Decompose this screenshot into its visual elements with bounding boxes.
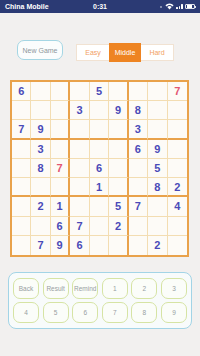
cell-r5c4[interactable]: 1 bbox=[90, 178, 109, 197]
cell-r6c6[interactable]: 7 bbox=[129, 197, 148, 216]
key-1[interactable]: 1 bbox=[102, 278, 128, 299]
cell-r3c5[interactable] bbox=[109, 140, 128, 159]
cell-r5c3[interactable] bbox=[70, 178, 89, 197]
cell-r4c0[interactable] bbox=[12, 159, 31, 178]
cell-r5c5[interactable] bbox=[109, 178, 128, 197]
cell-r4c1[interactable]: 8 bbox=[31, 159, 50, 178]
cell-r0c7[interactable] bbox=[148, 82, 167, 101]
carrier-label: China Mobile bbox=[5, 3, 49, 10]
status-icons bbox=[160, 3, 195, 10]
cell-r7c0[interactable] bbox=[12, 217, 31, 236]
cell-r4c2[interactable]: 7 bbox=[51, 159, 70, 178]
key-7[interactable]: 7 bbox=[102, 302, 128, 323]
cell-r0c3[interactable] bbox=[70, 82, 89, 101]
cell-r7c3[interactable]: 7 bbox=[70, 217, 89, 236]
status-bar: China Mobile 0:31 bbox=[0, 0, 200, 13]
difficulty-easy-button[interactable]: Easy bbox=[77, 45, 109, 60]
remind-button[interactable]: Remind bbox=[72, 278, 98, 299]
cell-r4c6[interactable] bbox=[129, 159, 148, 178]
cell-r8c2[interactable]: 9 bbox=[51, 236, 70, 255]
cell-r8c3[interactable]: 6 bbox=[70, 236, 89, 255]
cell-r2c3[interactable] bbox=[70, 120, 89, 139]
cell-r5c8[interactable]: 2 bbox=[168, 178, 187, 197]
cell-r3c2[interactable] bbox=[51, 140, 70, 159]
cell-r7c4[interactable] bbox=[90, 217, 109, 236]
key-3[interactable]: 3 bbox=[161, 278, 187, 299]
cell-r1c6[interactable]: 8 bbox=[129, 101, 148, 120]
cell-r5c1[interactable] bbox=[31, 178, 50, 197]
cell-r8c6[interactable] bbox=[129, 236, 148, 255]
cell-r4c5[interactable] bbox=[109, 159, 128, 178]
difficulty-hard-button[interactable]: Hard bbox=[141, 45, 173, 60]
cell-r2c5[interactable] bbox=[109, 120, 128, 139]
cell-r5c7[interactable]: 8 bbox=[148, 178, 167, 197]
cell-r3c0[interactable] bbox=[12, 140, 31, 159]
cell-r6c4[interactable] bbox=[90, 197, 109, 216]
cell-r4c7[interactable]: 5 bbox=[148, 159, 167, 178]
cell-r7c2[interactable]: 6 bbox=[51, 217, 70, 236]
key-8[interactable]: 8 bbox=[131, 302, 157, 323]
cell-r8c7[interactable]: 2 bbox=[148, 236, 167, 255]
cell-r3c1[interactable]: 3 bbox=[31, 140, 50, 159]
cell-r1c2[interactable] bbox=[51, 101, 70, 120]
cell-r8c1[interactable]: 7 bbox=[31, 236, 50, 255]
cell-r6c1[interactable]: 2 bbox=[31, 197, 50, 216]
cell-r4c4[interactable]: 6 bbox=[90, 159, 109, 178]
cell-r6c3[interactable] bbox=[70, 197, 89, 216]
cell-r6c2[interactable]: 1 bbox=[51, 197, 70, 216]
cell-r8c5[interactable] bbox=[109, 236, 128, 255]
cell-r6c5[interactable]: 5 bbox=[109, 197, 128, 216]
cell-r3c3[interactable] bbox=[70, 140, 89, 159]
key-9[interactable]: 9 bbox=[161, 302, 187, 323]
cell-r2c7[interactable] bbox=[148, 120, 167, 139]
cell-r6c8[interactable]: 4 bbox=[168, 197, 187, 216]
cell-r1c8[interactable] bbox=[168, 101, 187, 120]
cell-r3c4[interactable] bbox=[90, 140, 109, 159]
result-button[interactable]: Result bbox=[43, 278, 69, 299]
difficulty-segmented-control: EasyMiddleHard bbox=[76, 44, 174, 61]
cell-r3c7[interactable]: 9 bbox=[148, 140, 167, 159]
cell-r6c7[interactable] bbox=[148, 197, 167, 216]
cell-r2c1[interactable]: 9 bbox=[31, 120, 50, 139]
cell-r5c6[interactable] bbox=[129, 178, 148, 197]
cell-r0c5[interactable] bbox=[109, 82, 128, 101]
cell-r2c4[interactable] bbox=[90, 120, 109, 139]
battery-icon bbox=[185, 4, 195, 10]
cell-r7c1[interactable] bbox=[31, 217, 50, 236]
keypad-row-2: 456789 bbox=[13, 302, 187, 323]
cell-r2c6[interactable]: 3 bbox=[129, 120, 148, 139]
cell-r7c8[interactable] bbox=[168, 217, 187, 236]
difficulty-middle-button[interactable]: Middle bbox=[109, 43, 141, 62]
cell-r1c0[interactable] bbox=[12, 101, 31, 120]
key-4[interactable]: 4 bbox=[13, 302, 39, 323]
cell-r1c5[interactable]: 9 bbox=[109, 101, 128, 120]
cell-r0c4[interactable]: 5 bbox=[90, 82, 109, 101]
cell-r8c8[interactable] bbox=[168, 236, 187, 255]
cell-r1c7[interactable] bbox=[148, 101, 167, 120]
cell-r5c0[interactable] bbox=[12, 178, 31, 197]
wifi-icon bbox=[165, 3, 174, 10]
cell-r3c8[interactable] bbox=[168, 140, 187, 159]
cell-r1c1[interactable] bbox=[31, 101, 50, 120]
cell-r1c4[interactable] bbox=[90, 101, 109, 120]
new-game-button[interactable]: New Game bbox=[17, 40, 63, 60]
cell-r0c1[interactable] bbox=[31, 82, 50, 101]
cell-r8c0[interactable] bbox=[12, 236, 31, 255]
key-6[interactable]: 6 bbox=[72, 302, 98, 323]
cell-r4c3[interactable] bbox=[70, 159, 89, 178]
cell-r1c3[interactable]: 3 bbox=[70, 101, 89, 120]
sudoku-board: 6573987933698765182215746727962 bbox=[10, 80, 189, 257]
cell-r3c6[interactable]: 6 bbox=[129, 140, 148, 159]
cell-r7c7[interactable] bbox=[148, 217, 167, 236]
keypad-row-1: BackResultRemind123 bbox=[13, 278, 187, 299]
cell-r2c8[interactable] bbox=[168, 120, 187, 139]
phone-screen: China Mobile 0:31 New Game EasyMiddleHar… bbox=[0, 0, 200, 356]
cell-r2c2[interactable] bbox=[51, 120, 70, 139]
cell-r8c4[interactable] bbox=[90, 236, 109, 255]
keypad-panel: BackResultRemind123 456789 bbox=[8, 272, 192, 329]
cell-r2c0[interactable]: 7 bbox=[12, 120, 31, 139]
cell-r0c6[interactable] bbox=[129, 82, 148, 101]
signal-icon bbox=[176, 4, 183, 9]
cell-r6c0[interactable] bbox=[12, 197, 31, 216]
key-5[interactable]: 5 bbox=[43, 302, 69, 323]
cell-r7c5[interactable]: 2 bbox=[109, 217, 128, 236]
cell-r7c6[interactable] bbox=[129, 217, 148, 236]
cell-r0c8[interactable]: 7 bbox=[168, 82, 187, 101]
back-button[interactable]: Back bbox=[13, 278, 39, 299]
key-2[interactable]: 2 bbox=[131, 278, 157, 299]
alarm-icon bbox=[160, 6, 162, 8]
cell-r0c0[interactable]: 6 bbox=[12, 82, 31, 101]
cell-r5c2[interactable] bbox=[51, 178, 70, 197]
cell-r0c2[interactable] bbox=[51, 82, 70, 101]
cell-r4c8[interactable] bbox=[168, 159, 187, 178]
